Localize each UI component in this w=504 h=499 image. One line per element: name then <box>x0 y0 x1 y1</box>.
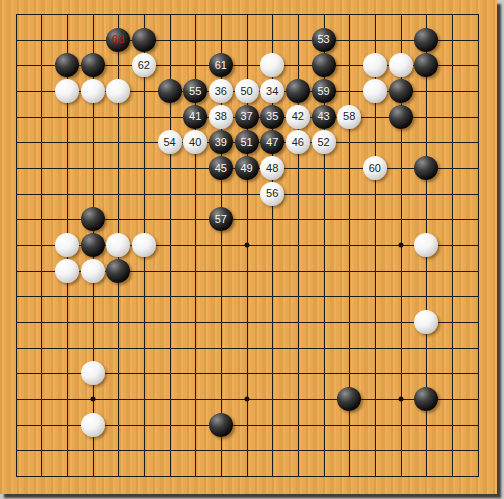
go-stone-black <box>106 259 130 283</box>
go-stone-white <box>55 259 79 283</box>
move-number: 43 <box>317 111 329 122</box>
go-stone-white-62: 62 <box>132 53 156 77</box>
go-stone-black-47: 47 <box>260 130 284 154</box>
go-stone-white-56: 56 <box>260 182 284 206</box>
go-stone-white <box>81 413 105 437</box>
go-stone-white <box>363 53 387 77</box>
move-number: 46 <box>292 137 304 148</box>
go-stone-white-34: 34 <box>260 79 284 103</box>
grid-line-horizontal <box>16 322 479 323</box>
go-stone-white-48: 48 <box>260 156 284 180</box>
move-number: 39 <box>215 137 227 148</box>
go-stone-black-55: 55 <box>183 79 207 103</box>
move-number: 56 <box>266 188 278 199</box>
go-stone-white <box>81 79 105 103</box>
star-point <box>244 243 249 248</box>
go-stone-black-63: 63 <box>106 28 130 52</box>
star-point <box>90 397 95 402</box>
go-stone-black-49: 49 <box>235 156 259 180</box>
move-number: 34 <box>266 86 278 97</box>
go-stone-white <box>106 233 130 257</box>
go-stone-white-50: 50 <box>235 79 259 103</box>
move-number: 57 <box>215 214 227 225</box>
go-stone-black <box>81 53 105 77</box>
go-stone-black <box>81 207 105 231</box>
go-stone-black-57: 57 <box>209 207 233 231</box>
grid-line-horizontal <box>16 296 479 297</box>
move-number: 60 <box>369 163 381 174</box>
go-stone-white <box>55 79 79 103</box>
go-stone-white-58: 58 <box>337 105 361 129</box>
go-stone-black-59: 59 <box>312 79 336 103</box>
move-number: 58 <box>343 111 355 122</box>
move-number: 36 <box>215 86 227 97</box>
go-stone-black-61: 61 <box>209 53 233 77</box>
go-stone-white-54: 54 <box>158 130 182 154</box>
grid-line-horizontal <box>16 450 479 451</box>
grid-line-horizontal <box>16 348 479 349</box>
go-stone-black-37: 37 <box>235 105 259 129</box>
go-stone-black <box>312 53 336 77</box>
go-stone-white <box>363 79 387 103</box>
go-stone-white-40: 40 <box>183 130 207 154</box>
move-number: 51 <box>240 137 252 148</box>
move-number: 40 <box>189 137 201 148</box>
move-number: 63 <box>112 34 124 45</box>
move-number: 54 <box>163 137 175 148</box>
go-stone-black <box>209 413 233 437</box>
go-stone-black-41: 41 <box>183 105 207 129</box>
move-number: 35 <box>266 111 278 122</box>
grid-line-vertical <box>478 14 479 477</box>
go-stone-white <box>81 259 105 283</box>
go-stone-white-52: 52 <box>312 130 336 154</box>
move-number: 47 <box>266 137 278 148</box>
move-number: 37 <box>240 111 252 122</box>
go-stone-black-53: 53 <box>312 28 336 52</box>
move-number: 38 <box>215 111 227 122</box>
go-stone-black-35: 35 <box>260 105 284 129</box>
go-stone-white-46: 46 <box>286 130 310 154</box>
go-stone-white <box>55 233 79 257</box>
go-stone-white <box>132 233 156 257</box>
go-stone-white <box>260 53 284 77</box>
go-stone-black <box>414 156 438 180</box>
go-board-screenshot: 6353626155365034594138373542435854403951… <box>0 0 504 499</box>
move-number: 52 <box>317 137 329 148</box>
go-stone-white-36: 36 <box>209 79 233 103</box>
go-stone-black-39: 39 <box>209 130 233 154</box>
go-stone-white <box>389 53 413 77</box>
grid-line-vertical <box>452 14 453 477</box>
move-number: 59 <box>317 86 329 97</box>
go-stone-black <box>286 79 310 103</box>
go-stone-black <box>414 53 438 77</box>
move-number: 62 <box>138 60 150 71</box>
go-stone-black <box>414 387 438 411</box>
go-stone-white-38: 38 <box>209 105 233 129</box>
go-stone-black <box>337 387 361 411</box>
go-stone-black <box>132 28 156 52</box>
go-stone-black-43: 43 <box>312 105 336 129</box>
move-number: 53 <box>317 34 329 45</box>
go-stone-black <box>389 105 413 129</box>
go-stone-white-60: 60 <box>363 156 387 180</box>
move-number: 48 <box>266 163 278 174</box>
go-stone-black <box>81 233 105 257</box>
go-stone-black <box>414 28 438 52</box>
go-stone-white <box>106 79 130 103</box>
star-point <box>398 397 403 402</box>
move-number: 50 <box>240 86 252 97</box>
go-stone-black <box>55 53 79 77</box>
grid-line-horizontal <box>16 476 479 477</box>
move-number: 49 <box>240 163 252 174</box>
go-stone-white <box>414 233 438 257</box>
star-point <box>244 397 249 402</box>
star-point <box>398 243 403 248</box>
move-number: 41 <box>189 111 201 122</box>
move-number: 45 <box>215 163 227 174</box>
go-stone-white <box>81 361 105 385</box>
move-number: 42 <box>292 111 304 122</box>
go-stone-black-45: 45 <box>209 156 233 180</box>
move-number: 55 <box>189 86 201 97</box>
go-stone-white <box>414 310 438 334</box>
go-stone-black <box>158 79 182 103</box>
go-stone-black <box>389 79 413 103</box>
go-stone-black-51: 51 <box>235 130 259 154</box>
go-stone-white-42: 42 <box>286 105 310 129</box>
go-board[interactable]: 6353626155365034594138373542435854403951… <box>0 0 497 494</box>
move-number: 61 <box>215 60 227 71</box>
